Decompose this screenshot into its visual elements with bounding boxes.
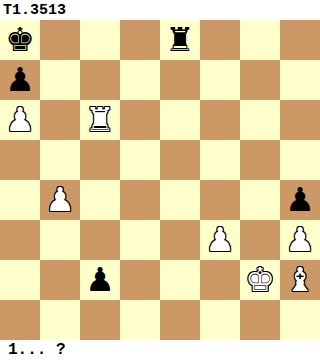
white-pawn-icon: ♟ [285, 220, 315, 260]
move-prompt: 1... ? [0, 340, 320, 360]
square-a5[interactable] [0, 140, 40, 180]
square-h7[interactable] [280, 60, 320, 100]
square-d7[interactable] [120, 60, 160, 100]
square-h2[interactable]: ♝ [280, 260, 320, 300]
square-h3[interactable]: ♟ [280, 220, 320, 260]
square-g7[interactable] [240, 60, 280, 100]
square-g4[interactable] [240, 180, 280, 220]
square-e8[interactable]: ♜ [160, 20, 200, 60]
square-f6[interactable] [200, 100, 240, 140]
square-e2[interactable] [160, 260, 200, 300]
square-b8[interactable] [40, 20, 80, 60]
square-f1[interactable] [200, 300, 240, 340]
square-b5[interactable] [40, 140, 80, 180]
square-e6[interactable] [160, 100, 200, 140]
square-g3[interactable] [240, 220, 280, 260]
square-d6[interactable] [120, 100, 160, 140]
square-f7[interactable] [200, 60, 240, 100]
square-c5[interactable] [80, 140, 120, 180]
square-f8[interactable] [200, 20, 240, 60]
square-b3[interactable] [40, 220, 80, 260]
white-bishop-icon: ♝ [285, 260, 315, 300]
square-d8[interactable] [120, 20, 160, 60]
square-e3[interactable] [160, 220, 200, 260]
black-rook-icon: ♜ [165, 20, 195, 60]
square-h1[interactable] [280, 300, 320, 340]
square-h5[interactable] [280, 140, 320, 180]
square-c7[interactable] [80, 60, 120, 100]
white-king-icon: ♚ [245, 260, 275, 300]
square-c1[interactable] [80, 300, 120, 340]
square-a3[interactable] [0, 220, 40, 260]
square-d2[interactable] [120, 260, 160, 300]
square-g8[interactable] [240, 20, 280, 60]
square-b6[interactable] [40, 100, 80, 140]
square-a7[interactable]: ♟ [0, 60, 40, 100]
square-h6[interactable] [280, 100, 320, 140]
square-b4[interactable]: ♟ [40, 180, 80, 220]
square-d3[interactable] [120, 220, 160, 260]
square-f3[interactable]: ♟ [200, 220, 240, 260]
square-a1[interactable] [0, 300, 40, 340]
square-a8[interactable]: ♚ [0, 20, 40, 60]
square-c4[interactable] [80, 180, 120, 220]
square-a4[interactable] [0, 180, 40, 220]
black-pawn-icon: ♟ [285, 180, 315, 220]
square-g5[interactable] [240, 140, 280, 180]
chess-board: ♚♜♟♟♜♟♟♟♟♟♚♝ [0, 20, 320, 340]
white-rook-icon: ♜ [85, 100, 115, 140]
square-g1[interactable] [240, 300, 280, 340]
square-c2[interactable]: ♟ [80, 260, 120, 300]
square-b7[interactable] [40, 60, 80, 100]
black-king-icon: ♚ [5, 20, 35, 60]
square-h8[interactable] [280, 20, 320, 60]
square-c3[interactable] [80, 220, 120, 260]
white-pawn-icon: ♟ [205, 220, 235, 260]
square-e7[interactable] [160, 60, 200, 100]
square-g2[interactable]: ♚ [240, 260, 280, 300]
chess-diagram-window: T1.3513 ♚♜♟♟♜♟♟♟♟♟♚♝ 1... ? [0, 0, 320, 360]
square-f5[interactable] [200, 140, 240, 180]
white-pawn-icon: ♟ [45, 180, 75, 220]
square-e5[interactable] [160, 140, 200, 180]
puzzle-title: T1.3513 [0, 0, 320, 20]
square-b1[interactable] [40, 300, 80, 340]
square-h4[interactable]: ♟ [280, 180, 320, 220]
square-c6[interactable]: ♜ [80, 100, 120, 140]
square-e4[interactable] [160, 180, 200, 220]
black-pawn-icon: ♟ [85, 260, 115, 300]
square-f2[interactable] [200, 260, 240, 300]
square-d4[interactable] [120, 180, 160, 220]
square-d5[interactable] [120, 140, 160, 180]
square-b2[interactable] [40, 260, 80, 300]
square-f4[interactable] [200, 180, 240, 220]
square-c8[interactable] [80, 20, 120, 60]
square-a6[interactable]: ♟ [0, 100, 40, 140]
square-a2[interactable] [0, 260, 40, 300]
square-g6[interactable] [240, 100, 280, 140]
square-d1[interactable] [120, 300, 160, 340]
black-pawn-icon: ♟ [5, 60, 35, 100]
square-e1[interactable] [160, 300, 200, 340]
white-pawn-icon: ♟ [5, 100, 35, 140]
